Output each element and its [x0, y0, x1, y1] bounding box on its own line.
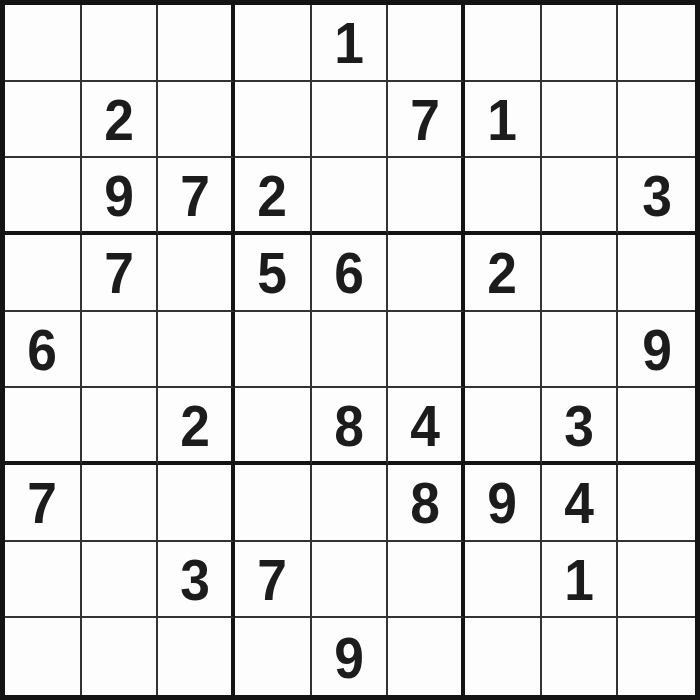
cell-r1c2[interactable]: [82, 5, 159, 82]
cell-r7c8: 4: [542, 465, 619, 542]
cell-r8c3: 3: [158, 542, 235, 619]
cell-r4c2: 7: [82, 235, 159, 312]
cell-r7c4[interactable]: [235, 465, 312, 542]
cell-r2c7: 1: [465, 82, 542, 159]
cell-r6c1[interactable]: [5, 388, 82, 465]
sudoku-board: 12719723756269284378943719: [0, 0, 700, 700]
cell-r5c5[interactable]: [312, 312, 389, 389]
given-digit: 7: [410, 89, 440, 149]
given-digit: 8: [334, 395, 364, 455]
given-digit: 7: [257, 549, 287, 609]
given-digit: 5: [257, 242, 287, 302]
cell-r2c8[interactable]: [542, 82, 619, 159]
cell-r9c2[interactable]: [82, 618, 159, 695]
cell-r1c1[interactable]: [5, 5, 82, 82]
cell-r9c1[interactable]: [5, 618, 82, 695]
cell-r1c9[interactable]: [618, 5, 695, 82]
cell-r8c5[interactable]: [312, 542, 389, 619]
cell-r8c1[interactable]: [5, 542, 82, 619]
cell-r2c1[interactable]: [5, 82, 82, 159]
cell-r7c2[interactable]: [82, 465, 159, 542]
given-digit: 1: [487, 89, 517, 149]
cell-r7c1: 7: [5, 465, 82, 542]
cell-r7c5[interactable]: [312, 465, 389, 542]
cell-r9c4[interactable]: [235, 618, 312, 695]
given-digit: 9: [104, 165, 134, 225]
cell-r3c5[interactable]: [312, 158, 389, 235]
cell-r6c9[interactable]: [618, 388, 695, 465]
given-digit: 9: [334, 627, 364, 687]
cell-r6c5: 8: [312, 388, 389, 465]
cell-r2c4[interactable]: [235, 82, 312, 159]
cell-r1c4[interactable]: [235, 5, 312, 82]
cell-r6c2[interactable]: [82, 388, 159, 465]
given-digit: 7: [180, 165, 210, 225]
given-digit: 2: [487, 242, 517, 302]
given-digit: 6: [334, 242, 364, 302]
given-digit: 2: [104, 89, 134, 149]
given-digit: 1: [334, 12, 364, 72]
cell-r8c4: 7: [235, 542, 312, 619]
cell-r5c7[interactable]: [465, 312, 542, 389]
given-digit: 3: [642, 165, 672, 225]
cell-r5c8[interactable]: [542, 312, 619, 389]
cell-r5c3[interactable]: [158, 312, 235, 389]
cell-r4c6[interactable]: [388, 235, 465, 312]
cell-r4c3[interactable]: [158, 235, 235, 312]
cell-r1c3[interactable]: [158, 5, 235, 82]
given-digit: 3: [180, 549, 210, 609]
given-digit: 4: [410, 395, 440, 455]
cell-r3c4: 2: [235, 158, 312, 235]
cell-r9c8[interactable]: [542, 618, 619, 695]
cell-r1c7[interactable]: [465, 5, 542, 82]
cell-r3c2: 9: [82, 158, 159, 235]
given-digit: 9: [642, 319, 672, 379]
cell-r8c9[interactable]: [618, 542, 695, 619]
cell-r3c3: 7: [158, 158, 235, 235]
given-digit: 4: [564, 472, 594, 532]
cell-r3c8[interactable]: [542, 158, 619, 235]
cell-r6c3: 2: [158, 388, 235, 465]
cell-r8c2[interactable]: [82, 542, 159, 619]
given-digit: 9: [487, 472, 517, 532]
cell-r4c4: 5: [235, 235, 312, 312]
cell-r5c2[interactable]: [82, 312, 159, 389]
cell-r7c9[interactable]: [618, 465, 695, 542]
given-digit: 8: [410, 472, 440, 532]
cell-r6c4[interactable]: [235, 388, 312, 465]
cell-r7c7: 9: [465, 465, 542, 542]
cell-r5c4[interactable]: [235, 312, 312, 389]
cell-r5c1: 6: [5, 312, 82, 389]
cell-r2c2: 2: [82, 82, 159, 159]
cell-r7c3[interactable]: [158, 465, 235, 542]
cell-r2c6: 7: [388, 82, 465, 159]
cell-r8c7[interactable]: [465, 542, 542, 619]
cell-r9c9[interactable]: [618, 618, 695, 695]
cell-r8c6[interactable]: [388, 542, 465, 619]
cell-r5c6[interactable]: [388, 312, 465, 389]
cell-r9c3[interactable]: [158, 618, 235, 695]
given-digit: 2: [257, 165, 287, 225]
cell-r4c8[interactable]: [542, 235, 619, 312]
cell-r3c9: 3: [618, 158, 695, 235]
given-digit: 6: [27, 319, 57, 379]
cell-r1c6[interactable]: [388, 5, 465, 82]
cell-r1c5: 1: [312, 5, 389, 82]
cell-r4c7: 2: [465, 235, 542, 312]
cell-r7c6: 8: [388, 465, 465, 542]
cell-r2c5[interactable]: [312, 82, 389, 159]
cell-r3c1[interactable]: [5, 158, 82, 235]
cell-r3c6[interactable]: [388, 158, 465, 235]
given-digit: 1: [564, 549, 594, 609]
given-digit: 3: [564, 395, 594, 455]
cell-r9c5: 9: [312, 618, 389, 695]
given-digit: 2: [180, 395, 210, 455]
cell-r2c3[interactable]: [158, 82, 235, 159]
cell-r1c8[interactable]: [542, 5, 619, 82]
cell-r5c9: 9: [618, 312, 695, 389]
cell-r6c6: 4: [388, 388, 465, 465]
cell-r8c8: 1: [542, 542, 619, 619]
cell-r4c5: 6: [312, 235, 389, 312]
given-digit: 7: [27, 472, 57, 532]
cell-r9c7[interactable]: [465, 618, 542, 695]
cell-r6c8: 3: [542, 388, 619, 465]
cell-r2c9[interactable]: [618, 82, 695, 159]
cell-r4c9[interactable]: [618, 235, 695, 312]
given-digit: 7: [104, 242, 134, 302]
cell-r9c6[interactable]: [388, 618, 465, 695]
cell-r6c7[interactable]: [465, 388, 542, 465]
cell-r3c7[interactable]: [465, 158, 542, 235]
cell-r4c1[interactable]: [5, 235, 82, 312]
